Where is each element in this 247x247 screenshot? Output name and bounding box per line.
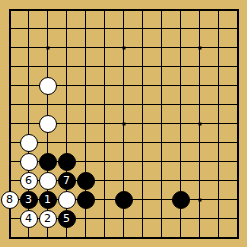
intersection-L1[interactable]: [190, 228, 209, 247]
intersection-A13[interactable]: [0, 0, 19, 19]
intersection-A7[interactable]: [0, 114, 19, 133]
intersection-M11[interactable]: [209, 38, 228, 57]
intersection-H1[interactable]: [133, 228, 152, 247]
intersection-A9[interactable]: [0, 76, 19, 95]
black-stone-G3: [115, 191, 133, 209]
white-stone-B2: 4: [20, 210, 38, 228]
intersection-D1[interactable]: [57, 228, 76, 247]
intersection-D13[interactable]: [57, 0, 76, 19]
intersection-H13[interactable]: [133, 0, 152, 19]
intersection-C13[interactable]: [38, 0, 57, 19]
intersection-G2[interactable]: [114, 209, 133, 228]
intersection-K7[interactable]: [171, 114, 190, 133]
intersection-E5[interactable]: [76, 152, 95, 171]
intersection-M6[interactable]: [209, 133, 228, 152]
intersection-K11[interactable]: [171, 38, 190, 57]
black-stone-D5: [58, 153, 76, 171]
intersection-N1[interactable]: [228, 228, 247, 247]
intersection-C3[interactable]: 1: [38, 190, 57, 209]
intersection-G11[interactable]: [114, 38, 133, 57]
intersection-G7[interactable]: [114, 114, 133, 133]
intersection-M13[interactable]: [209, 0, 228, 19]
intersection-M12[interactable]: [209, 19, 228, 38]
intersection-B6[interactable]: [19, 133, 38, 152]
intersection-H12[interactable]: [133, 19, 152, 38]
intersection-F7[interactable]: [95, 114, 114, 133]
intersection-G12[interactable]: [114, 19, 133, 38]
intersection-N13[interactable]: [228, 0, 247, 19]
intersection-J3[interactable]: [152, 190, 171, 209]
intersection-A5[interactable]: [0, 152, 19, 171]
intersection-M7[interactable]: [209, 114, 228, 133]
move-number-label: 1: [44, 194, 51, 205]
intersection-K4[interactable]: [171, 171, 190, 190]
move-number-label: 6: [25, 175, 32, 186]
intersection-M2[interactable]: [209, 209, 228, 228]
intersection-J12[interactable]: [152, 19, 171, 38]
white-stone-C4: [39, 172, 57, 190]
intersection-K1[interactable]: [171, 228, 190, 247]
white-stone-B4: 6: [20, 172, 38, 190]
intersection-D4[interactable]: 7: [57, 171, 76, 190]
intersection-H11[interactable]: [133, 38, 152, 57]
intersection-A6[interactable]: [0, 133, 19, 152]
intersection-K5[interactable]: [171, 152, 190, 171]
intersection-N10[interactable]: [228, 57, 247, 76]
black-stone-E3: [77, 191, 95, 209]
intersection-C5[interactable]: [38, 152, 57, 171]
intersection-E3[interactable]: [76, 190, 95, 209]
intersection-B11[interactable]: [19, 38, 38, 57]
move-number-label: 8: [6, 194, 13, 205]
intersection-F11[interactable]: [95, 38, 114, 57]
intersection-L2[interactable]: [190, 209, 209, 228]
intersection-M5[interactable]: [209, 152, 228, 171]
move-number-label: 7: [63, 175, 70, 186]
intersection-A8[interactable]: [0, 95, 19, 114]
intersection-L6[interactable]: [190, 133, 209, 152]
intersection-G5[interactable]: [114, 152, 133, 171]
white-stone-C7: [39, 115, 57, 133]
white-stone-C9: [39, 77, 57, 95]
intersection-K13[interactable]: [171, 0, 190, 19]
intersection-J2[interactable]: [152, 209, 171, 228]
intersection-K10[interactable]: [171, 57, 190, 76]
intersection-J10[interactable]: [152, 57, 171, 76]
intersection-L13[interactable]: [190, 0, 209, 19]
intersection-K2[interactable]: [171, 209, 190, 228]
intersection-D11[interactable]: [57, 38, 76, 57]
intersection-B5[interactable]: [19, 152, 38, 171]
intersection-F8[interactable]: [95, 95, 114, 114]
intersection-L9[interactable]: [190, 76, 209, 95]
intersection-B3[interactable]: 3: [19, 190, 38, 209]
intersection-D7[interactable]: [57, 114, 76, 133]
white-stone-B5: [20, 153, 38, 171]
intersection-J5[interactable]: [152, 152, 171, 171]
intersection-N9[interactable]: [228, 76, 247, 95]
intersection-C2[interactable]: 2: [38, 209, 57, 228]
black-stone-K3: [172, 191, 190, 209]
star-point: [198, 122, 201, 125]
star-point: [122, 46, 125, 49]
intersection-C6[interactable]: [38, 133, 57, 152]
intersection-F4[interactable]: [95, 171, 114, 190]
intersection-A11[interactable]: [0, 38, 19, 57]
white-stone-C2: 2: [39, 210, 57, 228]
intersection-B8[interactable]: [19, 95, 38, 114]
intersection-N4[interactable]: [228, 171, 247, 190]
intersection-B12[interactable]: [19, 19, 38, 38]
intersection-H8[interactable]: [133, 95, 152, 114]
intersection-E8[interactable]: [76, 95, 95, 114]
intersection-A10[interactable]: [0, 57, 19, 76]
intersection-L12[interactable]: [190, 19, 209, 38]
intersection-E9[interactable]: [76, 76, 95, 95]
go-board: 67831425: [0, 0, 247, 247]
black-stone-E4: [77, 172, 95, 190]
intersection-L3[interactable]: [190, 190, 209, 209]
intersection-A3[interactable]: 8: [0, 190, 19, 209]
intersection-F2[interactable]: [95, 209, 114, 228]
intersection-L8[interactable]: [190, 95, 209, 114]
intersection-G4[interactable]: [114, 171, 133, 190]
intersection-C8[interactable]: [38, 95, 57, 114]
intersection-F5[interactable]: [95, 152, 114, 171]
intersection-J8[interactable]: [152, 95, 171, 114]
intersection-H10[interactable]: [133, 57, 152, 76]
intersection-N6[interactable]: [228, 133, 247, 152]
intersection-F10[interactable]: [95, 57, 114, 76]
star-point: [122, 122, 125, 125]
go-board-diagram: 67831425: [0, 0, 247, 247]
intersection-B1[interactable]: [19, 228, 38, 247]
intersection-J4[interactable]: [152, 171, 171, 190]
move-number-label: 3: [25, 194, 32, 205]
intersection-N7[interactable]: [228, 114, 247, 133]
intersection-D2[interactable]: 5: [57, 209, 76, 228]
intersection-L7[interactable]: [190, 114, 209, 133]
intersection-D3[interactable]: [57, 190, 76, 209]
intersection-C11[interactable]: [38, 38, 57, 57]
intersection-N11[interactable]: [228, 38, 247, 57]
intersection-B10[interactable]: [19, 57, 38, 76]
intersection-E6[interactable]: [76, 133, 95, 152]
intersection-J1[interactable]: [152, 228, 171, 247]
intersection-N12[interactable]: [228, 19, 247, 38]
move-number-label: 2: [44, 213, 51, 224]
intersection-N8[interactable]: [228, 95, 247, 114]
intersection-M4[interactable]: [209, 171, 228, 190]
intersection-F6[interactable]: [95, 133, 114, 152]
intersection-C4[interactable]: [38, 171, 57, 190]
intersection-B9[interactable]: [19, 76, 38, 95]
intersection-B2[interactable]: 4: [19, 209, 38, 228]
intersection-F3[interactable]: [95, 190, 114, 209]
intersection-G6[interactable]: [114, 133, 133, 152]
white-stone-B6: [20, 134, 38, 152]
intersection-G8[interactable]: [114, 95, 133, 114]
intersection-K9[interactable]: [171, 76, 190, 95]
black-stone-B3: 3: [20, 191, 38, 209]
intersection-A1[interactable]: [0, 228, 19, 247]
intersection-J9[interactable]: [152, 76, 171, 95]
intersection-M3[interactable]: [209, 190, 228, 209]
intersection-L5[interactable]: [190, 152, 209, 171]
intersection-M1[interactable]: [209, 228, 228, 247]
intersection-G1[interactable]: [114, 228, 133, 247]
intersection-K6[interactable]: [171, 133, 190, 152]
intersection-H4[interactable]: [133, 171, 152, 190]
intersection-B13[interactable]: [19, 0, 38, 19]
intersection-H6[interactable]: [133, 133, 152, 152]
intersection-M8[interactable]: [209, 95, 228, 114]
intersection-J13[interactable]: [152, 0, 171, 19]
intersection-G10[interactable]: [114, 57, 133, 76]
intersection-M10[interactable]: [209, 57, 228, 76]
intersection-J7[interactable]: [152, 114, 171, 133]
intersection-A2[interactable]: [0, 209, 19, 228]
intersection-E10[interactable]: [76, 57, 95, 76]
intersection-M9[interactable]: [209, 76, 228, 95]
intersection-D12[interactable]: [57, 19, 76, 38]
intersection-H9[interactable]: [133, 76, 152, 95]
intersection-H5[interactable]: [133, 152, 152, 171]
intersection-A12[interactable]: [0, 19, 19, 38]
intersection-F13[interactable]: [95, 0, 114, 19]
intersection-N3[interactable]: [228, 190, 247, 209]
intersection-J11[interactable]: [152, 38, 171, 57]
black-stone-D2: 5: [58, 210, 76, 228]
intersection-J6[interactable]: [152, 133, 171, 152]
intersection-G9[interactable]: [114, 76, 133, 95]
intersection-H3[interactable]: [133, 190, 152, 209]
intersection-N5[interactable]: [228, 152, 247, 171]
intersection-C1[interactable]: [38, 228, 57, 247]
intersection-D9[interactable]: [57, 76, 76, 95]
move-number-label: 4: [25, 213, 32, 224]
intersection-K8[interactable]: [171, 95, 190, 114]
intersection-F12[interactable]: [95, 19, 114, 38]
intersection-L10[interactable]: [190, 57, 209, 76]
star-point: [198, 198, 201, 201]
white-stone-A3: 8: [1, 191, 19, 209]
intersection-F1[interactable]: [95, 228, 114, 247]
intersection-E11[interactable]: [76, 38, 95, 57]
intersection-C12[interactable]: [38, 19, 57, 38]
intersection-B7[interactable]: [19, 114, 38, 133]
intersection-H7[interactable]: [133, 114, 152, 133]
black-stone-C3: 1: [39, 191, 57, 209]
intersection-G3[interactable]: [114, 190, 133, 209]
intersection-D5[interactable]: [57, 152, 76, 171]
intersection-C9[interactable]: [38, 76, 57, 95]
intersection-D6[interactable]: [57, 133, 76, 152]
intersection-E13[interactable]: [76, 0, 95, 19]
black-stone-D4: 7: [58, 172, 76, 190]
star-point: [198, 46, 201, 49]
white-stone-D3: [58, 191, 76, 209]
intersection-E2[interactable]: [76, 209, 95, 228]
intersection-K3[interactable]: [171, 190, 190, 209]
intersection-A4[interactable]: [0, 171, 19, 190]
intersection-C7[interactable]: [38, 114, 57, 133]
intersection-N2[interactable]: [228, 209, 247, 228]
intersection-C10[interactable]: [38, 57, 57, 76]
intersection-L11[interactable]: [190, 38, 209, 57]
intersection-B4[interactable]: 6: [19, 171, 38, 190]
intersection-K12[interactable]: [171, 19, 190, 38]
black-stone-C5: [39, 153, 57, 171]
intersection-E7[interactable]: [76, 114, 95, 133]
move-number-label: 5: [63, 213, 70, 224]
intersection-E4[interactable]: [76, 171, 95, 190]
intersection-D10[interactable]: [57, 57, 76, 76]
intersection-L4[interactable]: [190, 171, 209, 190]
intersection-F9[interactable]: [95, 76, 114, 95]
intersection-H2[interactable]: [133, 209, 152, 228]
intersection-D8[interactable]: [57, 95, 76, 114]
star-point: [46, 46, 49, 49]
intersection-G13[interactable]: [114, 0, 133, 19]
intersection-E1[interactable]: [76, 228, 95, 247]
intersection-E12[interactable]: [76, 19, 95, 38]
